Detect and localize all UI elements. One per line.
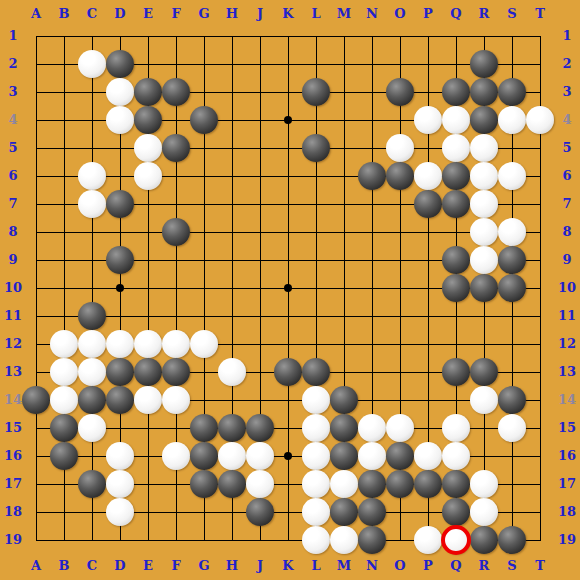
stone-black-o3 — [386, 78, 414, 106]
coord-label-bottom-p: P — [415, 558, 441, 574]
stone-black-f3 — [162, 78, 190, 106]
coord-label-right-13: 13 — [554, 364, 580, 380]
coord-label-left-15: 15 — [0, 420, 26, 436]
stone-white-l19 — [302, 526, 330, 554]
stone-black-d13 — [106, 358, 134, 386]
stone-white-r17 — [470, 470, 498, 498]
stone-white-q15 — [442, 414, 470, 442]
stone-white-c2 — [78, 50, 106, 78]
stone-black-m18 — [330, 498, 358, 526]
stone-white-r7 — [470, 190, 498, 218]
stone-black-l3 — [302, 78, 330, 106]
coord-label-left-8: 8 — [0, 224, 26, 240]
coord-label-right-9: 9 — [554, 252, 580, 268]
coord-label-bottom-a: A — [23, 558, 49, 574]
coord-label-right-7: 7 — [554, 196, 580, 212]
stone-black-j15 — [246, 414, 274, 442]
stone-white-f16 — [162, 442, 190, 470]
goban[interactable]: AABBCCDDEEFFGGHHJJKKLLMMNNOOPPQQRRSSTT11… — [0, 0, 580, 580]
stone-black-f8 — [162, 218, 190, 246]
stone-white-l14 — [302, 386, 330, 414]
stone-black-m14 — [330, 386, 358, 414]
coord-label-right-5: 5 — [554, 140, 580, 156]
stone-black-p7 — [414, 190, 442, 218]
stone-white-e12 — [134, 330, 162, 358]
stone-black-b16 — [50, 442, 78, 470]
star-point-k10 — [284, 284, 292, 292]
stone-black-o6 — [386, 162, 414, 190]
stone-black-a14 — [22, 386, 50, 414]
coord-label-top-a: A — [23, 6, 49, 22]
stone-white-t4 — [526, 106, 554, 134]
stone-white-l18 — [302, 498, 330, 526]
stone-white-r5 — [470, 134, 498, 162]
coord-label-bottom-q: Q — [443, 558, 469, 574]
stone-white-c15 — [78, 414, 106, 442]
coord-label-right-4: 4 — [554, 112, 580, 128]
coord-label-top-f: F — [163, 6, 189, 22]
coord-label-bottom-l: L — [303, 558, 329, 574]
stone-black-r3 — [470, 78, 498, 106]
stone-black-e13 — [134, 358, 162, 386]
coord-label-top-r: R — [471, 6, 497, 22]
coord-label-top-t: T — [527, 6, 553, 22]
stone-black-j18 — [246, 498, 274, 526]
stone-black-d9 — [106, 246, 134, 274]
stone-white-c7 — [78, 190, 106, 218]
coord-label-left-2: 2 — [0, 56, 26, 72]
stone-black-q10 — [442, 274, 470, 302]
stone-white-e14 — [134, 386, 162, 414]
stone-black-m15 — [330, 414, 358, 442]
stone-white-d18 — [106, 498, 134, 526]
stone-white-b14 — [50, 386, 78, 414]
stone-white-r14 — [470, 386, 498, 414]
stone-white-p19 — [414, 526, 442, 554]
stone-black-s14 — [498, 386, 526, 414]
stone-white-l15 — [302, 414, 330, 442]
stone-black-o17 — [386, 470, 414, 498]
stone-black-s19 — [498, 526, 526, 554]
coord-label-right-12: 12 — [554, 336, 580, 352]
stone-black-h15 — [218, 414, 246, 442]
coord-label-top-o: O — [387, 6, 413, 22]
stone-black-q17 — [442, 470, 470, 498]
coord-label-right-8: 8 — [554, 224, 580, 240]
stone-black-r2 — [470, 50, 498, 78]
coord-label-left-16: 16 — [0, 448, 26, 464]
stone-white-l16 — [302, 442, 330, 470]
stone-black-s3 — [498, 78, 526, 106]
coord-label-bottom-m: M — [331, 558, 357, 574]
stone-white-q16 — [442, 442, 470, 470]
coord-label-bottom-j: J — [247, 558, 273, 574]
coord-label-top-p: P — [415, 6, 441, 22]
coord-label-bottom-h: H — [219, 558, 245, 574]
coord-label-bottom-s: S — [499, 558, 525, 574]
coord-label-left-7: 7 — [0, 196, 26, 212]
coord-label-left-11: 11 — [0, 308, 26, 324]
coord-label-left-9: 9 — [0, 252, 26, 268]
stone-white-o15 — [386, 414, 414, 442]
stone-white-q4 — [442, 106, 470, 134]
coord-label-bottom-c: C — [79, 558, 105, 574]
coord-label-top-h: H — [219, 6, 245, 22]
coord-label-bottom-g: G — [191, 558, 217, 574]
stone-black-m16 — [330, 442, 358, 470]
stone-white-j16 — [246, 442, 274, 470]
stone-black-q13 — [442, 358, 470, 386]
coord-label-bottom-e: E — [135, 558, 161, 574]
stone-white-b13 — [50, 358, 78, 386]
star-point-k16 — [284, 452, 292, 460]
coord-label-top-b: B — [51, 6, 77, 22]
stone-white-e5 — [134, 134, 162, 162]
stone-black-f13 — [162, 358, 190, 386]
stone-white-r6 — [470, 162, 498, 190]
coord-label-top-l: L — [303, 6, 329, 22]
coord-label-bottom-d: D — [107, 558, 133, 574]
coord-label-top-e: E — [135, 6, 161, 22]
stone-white-o5 — [386, 134, 414, 162]
stone-white-r8 — [470, 218, 498, 246]
coord-label-top-g: G — [191, 6, 217, 22]
stone-black-n18 — [358, 498, 386, 526]
stone-white-m19 — [330, 526, 358, 554]
coord-label-left-19: 19 — [0, 532, 26, 548]
stone-white-r9 — [470, 246, 498, 274]
coord-label-left-18: 18 — [0, 504, 26, 520]
stone-black-k13 — [274, 358, 302, 386]
stone-black-d14 — [106, 386, 134, 414]
coord-label-top-m: M — [331, 6, 357, 22]
stone-white-h13 — [218, 358, 246, 386]
coord-label-left-6: 6 — [0, 168, 26, 184]
stone-white-p6 — [414, 162, 442, 190]
stone-white-m17 — [330, 470, 358, 498]
stone-white-p4 — [414, 106, 442, 134]
stone-black-g16 — [190, 442, 218, 470]
stone-black-n19 — [358, 526, 386, 554]
coord-label-top-c: C — [79, 6, 105, 22]
stone-white-s8 — [498, 218, 526, 246]
stone-black-s9 — [498, 246, 526, 274]
stone-black-q7 — [442, 190, 470, 218]
stone-black-b15 — [50, 414, 78, 442]
stone-white-s6 — [498, 162, 526, 190]
stone-black-r4 — [470, 106, 498, 134]
coord-label-right-17: 17 — [554, 476, 580, 492]
stone-white-d4 — [106, 106, 134, 134]
stone-white-s15 — [498, 414, 526, 442]
stone-black-d2 — [106, 50, 134, 78]
stone-black-o16 — [386, 442, 414, 470]
stone-black-c17 — [78, 470, 106, 498]
stone-black-q6 — [442, 162, 470, 190]
stone-black-r19 — [470, 526, 498, 554]
coord-label-right-15: 15 — [554, 420, 580, 436]
stone-white-e6 — [134, 162, 162, 190]
coord-label-right-16: 16 — [554, 448, 580, 464]
coord-label-top-s: S — [499, 6, 525, 22]
stone-black-h17 — [218, 470, 246, 498]
stone-white-h16 — [218, 442, 246, 470]
stone-white-l17 — [302, 470, 330, 498]
stone-white-d12 — [106, 330, 134, 358]
stone-black-n6 — [358, 162, 386, 190]
coord-label-left-3: 3 — [0, 84, 26, 100]
stone-black-l13 — [302, 358, 330, 386]
stone-black-d7 — [106, 190, 134, 218]
stone-white-d17 — [106, 470, 134, 498]
stone-black-r13 — [470, 358, 498, 386]
stone-black-g17 — [190, 470, 218, 498]
coord-label-right-18: 18 — [554, 504, 580, 520]
stone-black-e3 — [134, 78, 162, 106]
coord-label-bottom-f: F — [163, 558, 189, 574]
coord-label-bottom-b: B — [51, 558, 77, 574]
stone-black-n17 — [358, 470, 386, 498]
stone-white-d16 — [106, 442, 134, 470]
coord-label-bottom-n: N — [359, 558, 385, 574]
coord-label-left-12: 12 — [0, 336, 26, 352]
stone-white-s4 — [498, 106, 526, 134]
stone-white-c13 — [78, 358, 106, 386]
stone-white-g12 — [190, 330, 218, 358]
star-point-d10 — [116, 284, 124, 292]
coord-label-right-1: 1 — [554, 28, 580, 44]
coord-label-left-17: 17 — [0, 476, 26, 492]
coord-label-left-1: 1 — [0, 28, 26, 44]
coord-label-bottom-k: K — [275, 558, 301, 574]
stone-black-q9 — [442, 246, 470, 274]
coord-label-right-6: 6 — [554, 168, 580, 184]
stone-white-n15 — [358, 414, 386, 442]
stone-black-r10 — [470, 274, 498, 302]
stone-white-f12 — [162, 330, 190, 358]
stone-white-c12 — [78, 330, 106, 358]
coord-label-left-10: 10 — [0, 280, 26, 296]
stone-black-e4 — [134, 106, 162, 134]
stone-black-c14 — [78, 386, 106, 414]
coord-label-bottom-o: O — [387, 558, 413, 574]
coord-label-top-n: N — [359, 6, 385, 22]
stone-white-p16 — [414, 442, 442, 470]
stone-black-f5 — [162, 134, 190, 162]
coord-label-top-j: J — [247, 6, 273, 22]
coord-label-bottom-t: T — [527, 558, 553, 574]
stone-white-n16 — [358, 442, 386, 470]
coord-label-top-d: D — [107, 6, 133, 22]
stone-white-j17 — [246, 470, 274, 498]
coord-label-top-k: K — [275, 6, 301, 22]
stone-white-d3 — [106, 78, 134, 106]
stone-black-c11 — [78, 302, 106, 330]
stone-white-q5 — [442, 134, 470, 162]
stone-black-p17 — [414, 470, 442, 498]
stone-white-f14 — [162, 386, 190, 414]
coord-label-right-3: 3 — [554, 84, 580, 100]
stone-white-b12 — [50, 330, 78, 358]
coord-label-left-13: 13 — [0, 364, 26, 380]
coord-label-bottom-r: R — [471, 558, 497, 574]
coord-label-left-5: 5 — [0, 140, 26, 156]
coord-label-left-4: 4 — [0, 112, 26, 128]
stone-white-r18 — [470, 498, 498, 526]
coord-label-right-11: 11 — [554, 308, 580, 324]
coord-label-right-14: 14 — [554, 392, 580, 408]
stone-black-q18 — [442, 498, 470, 526]
coord-label-top-q: Q — [443, 6, 469, 22]
coord-label-left-14: 14 — [0, 392, 26, 408]
last-move-marker — [441, 525, 471, 555]
coord-label-right-2: 2 — [554, 56, 580, 72]
star-point-k4 — [284, 116, 292, 124]
coord-label-right-10: 10 — [554, 280, 580, 296]
stone-black-g4 — [190, 106, 218, 134]
coord-label-right-19: 19 — [554, 532, 580, 548]
stone-white-c6 — [78, 162, 106, 190]
stone-black-g15 — [190, 414, 218, 442]
stone-black-l5 — [302, 134, 330, 162]
stone-black-q3 — [442, 78, 470, 106]
stone-black-s10 — [498, 274, 526, 302]
